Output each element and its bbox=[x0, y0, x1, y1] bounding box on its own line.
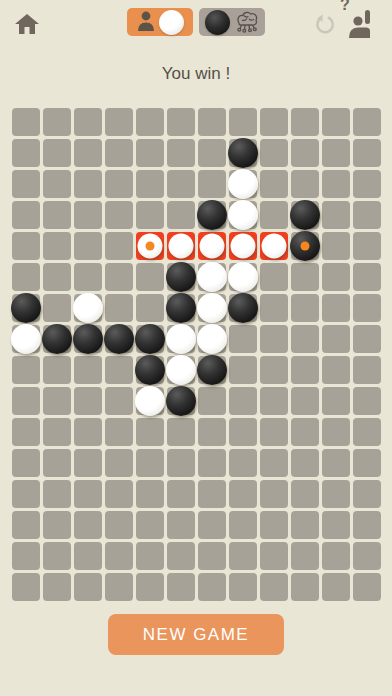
board-cell[interactable] bbox=[322, 232, 350, 260]
white-stone bbox=[228, 200, 258, 230]
board-cell[interactable] bbox=[167, 263, 195, 291]
board-cell-win[interactable] bbox=[167, 232, 195, 260]
board-cell[interactable] bbox=[353, 139, 381, 167]
board-cell[interactable] bbox=[105, 294, 133, 322]
white-stone-icon bbox=[159, 10, 184, 35]
board-cell[interactable] bbox=[136, 139, 164, 167]
board-cell[interactable] bbox=[322, 263, 350, 291]
black-stone bbox=[228, 138, 258, 168]
board-cell[interactable] bbox=[43, 356, 71, 384]
board-cell[interactable] bbox=[167, 170, 195, 198]
board-cell[interactable] bbox=[43, 201, 71, 229]
black-stone bbox=[197, 355, 227, 385]
black-stone bbox=[228, 293, 258, 323]
board-cell[interactable] bbox=[136, 356, 164, 384]
black-stone bbox=[290, 200, 320, 230]
board-cell[interactable] bbox=[167, 139, 195, 167]
white-stone bbox=[197, 262, 227, 292]
board-cell[interactable] bbox=[167, 325, 195, 353]
white-stone bbox=[199, 234, 224, 259]
board-cell[interactable] bbox=[74, 170, 102, 198]
board-cell[interactable] bbox=[291, 542, 319, 570]
black-stone bbox=[11, 293, 41, 323]
board-cell[interactable] bbox=[198, 542, 226, 570]
board-cell[interactable] bbox=[74, 263, 102, 291]
board-cell[interactable] bbox=[322, 418, 350, 446]
board-cell-win[interactable] bbox=[260, 232, 288, 260]
board-cell[interactable] bbox=[167, 542, 195, 570]
board-cell[interactable] bbox=[74, 542, 102, 570]
board-cell[interactable] bbox=[43, 480, 71, 508]
white-stone bbox=[11, 324, 41, 354]
board-cell[interactable] bbox=[353, 418, 381, 446]
board-cell[interactable] bbox=[74, 325, 102, 353]
board-cell[interactable] bbox=[260, 449, 288, 477]
board-cell[interactable] bbox=[43, 139, 71, 167]
board-cell[interactable] bbox=[12, 480, 40, 508]
board-cell[interactable] bbox=[291, 263, 319, 291]
board-cell[interactable] bbox=[12, 263, 40, 291]
board-cell[interactable] bbox=[105, 542, 133, 570]
board-cell[interactable] bbox=[167, 356, 195, 384]
board-cell[interactable] bbox=[353, 201, 381, 229]
white-stone bbox=[197, 324, 227, 354]
board-cell[interactable] bbox=[260, 387, 288, 415]
board-cell[interactable] bbox=[74, 573, 102, 601]
board-cell[interactable] bbox=[229, 387, 257, 415]
black-stone bbox=[166, 293, 196, 323]
board-cell[interactable] bbox=[229, 449, 257, 477]
board-cell[interactable] bbox=[12, 573, 40, 601]
board-cell[interactable] bbox=[105, 325, 133, 353]
board-cell[interactable] bbox=[167, 387, 195, 415]
ai-black-toggle[interactable] bbox=[199, 8, 265, 36]
white-stone bbox=[166, 355, 196, 385]
white-stone bbox=[228, 169, 258, 199]
board-cell[interactable] bbox=[291, 139, 319, 167]
last-move-marker bbox=[300, 242, 309, 251]
board-cell[interactable] bbox=[167, 418, 195, 446]
board-cell[interactable] bbox=[322, 542, 350, 570]
board-cell[interactable] bbox=[43, 573, 71, 601]
board-cell[interactable] bbox=[43, 170, 71, 198]
board-cell[interactable] bbox=[43, 263, 71, 291]
board-cell[interactable] bbox=[12, 232, 40, 260]
board-cell[interactable] bbox=[198, 263, 226, 291]
board-cell[interactable] bbox=[105, 108, 133, 136]
board-cell[interactable] bbox=[322, 449, 350, 477]
board-cell[interactable] bbox=[136, 325, 164, 353]
board-cell[interactable] bbox=[198, 201, 226, 229]
board-cell[interactable] bbox=[136, 201, 164, 229]
board-cell[interactable] bbox=[43, 511, 71, 539]
black-stone bbox=[135, 324, 165, 354]
board-cell[interactable] bbox=[260, 418, 288, 446]
white-stone bbox=[166, 324, 196, 354]
board-cell[interactable] bbox=[43, 449, 71, 477]
board-cell[interactable] bbox=[43, 387, 71, 415]
board-cell[interactable] bbox=[12, 139, 40, 167]
board-cell[interactable] bbox=[260, 573, 288, 601]
board-cell[interactable] bbox=[43, 542, 71, 570]
board-cell[interactable] bbox=[353, 573, 381, 601]
board-cell[interactable] bbox=[291, 418, 319, 446]
board-cell[interactable] bbox=[198, 325, 226, 353]
board-cell[interactable] bbox=[198, 418, 226, 446]
board-cell[interactable] bbox=[74, 387, 102, 415]
raised-hand-person-icon bbox=[340, 27, 374, 42]
board-cell[interactable] bbox=[229, 573, 257, 601]
board-cell[interactable] bbox=[167, 449, 195, 477]
board-cell[interactable] bbox=[353, 542, 381, 570]
black-stone bbox=[135, 355, 165, 385]
board-cell[interactable] bbox=[74, 511, 102, 539]
board-cell[interactable] bbox=[167, 511, 195, 539]
board-cell[interactable] bbox=[136, 573, 164, 601]
board-cell[interactable] bbox=[353, 480, 381, 508]
board-cell[interactable] bbox=[136, 542, 164, 570]
board-cell[interactable] bbox=[322, 294, 350, 322]
status-message: You win ! bbox=[0, 62, 392, 86]
board-cell[interactable] bbox=[105, 418, 133, 446]
board-cell[interactable] bbox=[353, 356, 381, 384]
board-cell[interactable] bbox=[229, 263, 257, 291]
board-cell[interactable] bbox=[260, 294, 288, 322]
board-cell[interactable] bbox=[105, 139, 133, 167]
board-cell[interactable] bbox=[260, 480, 288, 508]
board-cell[interactable] bbox=[353, 387, 381, 415]
footer: NEW GAME bbox=[0, 614, 392, 655]
white-stone bbox=[230, 234, 255, 259]
board-cell[interactable] bbox=[12, 356, 40, 384]
player-toggle-group bbox=[127, 8, 265, 36]
black-stone bbox=[166, 386, 196, 416]
board-cell[interactable] bbox=[198, 139, 226, 167]
board-cell[interactable] bbox=[353, 232, 381, 260]
board-cell[interactable] bbox=[74, 356, 102, 384]
board-cell[interactable] bbox=[74, 480, 102, 508]
board-cell-win[interactable] bbox=[136, 232, 164, 260]
board-cell[interactable] bbox=[12, 325, 40, 353]
board-cell[interactable] bbox=[229, 480, 257, 508]
board-cell[interactable] bbox=[105, 201, 133, 229]
board-cell[interactable] bbox=[74, 232, 102, 260]
home-icon bbox=[14, 24, 40, 39]
board-cell[interactable] bbox=[229, 201, 257, 229]
board-cell[interactable] bbox=[260, 139, 288, 167]
hint-button[interactable]: ? bbox=[340, 7, 374, 39]
board-cell[interactable] bbox=[353, 108, 381, 136]
board-cell[interactable] bbox=[291, 449, 319, 477]
board-cell[interactable] bbox=[260, 170, 288, 198]
board bbox=[12, 108, 381, 601]
board-cell[interactable] bbox=[167, 294, 195, 322]
board-cell[interactable] bbox=[167, 480, 195, 508]
board-cell[interactable] bbox=[353, 170, 381, 198]
board-cell[interactable] bbox=[105, 232, 133, 260]
board-cell[interactable] bbox=[229, 294, 257, 322]
board-cell[interactable] bbox=[291, 108, 319, 136]
brain-icon bbox=[234, 9, 260, 36]
board-cell[interactable] bbox=[43, 294, 71, 322]
board-cell[interactable] bbox=[43, 232, 71, 260]
board-cell[interactable] bbox=[105, 170, 133, 198]
board-cell[interactable] bbox=[291, 294, 319, 322]
board-cell[interactable] bbox=[12, 294, 40, 322]
board-cell[interactable] bbox=[291, 201, 319, 229]
board-cell[interactable] bbox=[105, 263, 133, 291]
board-cell[interactable] bbox=[322, 325, 350, 353]
white-stone bbox=[197, 293, 227, 323]
board-cell[interactable] bbox=[260, 108, 288, 136]
white-stone bbox=[168, 234, 193, 259]
board-cell[interactable] bbox=[260, 263, 288, 291]
board-cell[interactable] bbox=[74, 418, 102, 446]
board-cell[interactable] bbox=[105, 356, 133, 384]
board-cell[interactable] bbox=[12, 418, 40, 446]
white-stone bbox=[73, 293, 103, 323]
board-cell[interactable] bbox=[12, 542, 40, 570]
black-stone bbox=[73, 324, 103, 354]
board-cell[interactable] bbox=[353, 449, 381, 477]
board-cell[interactable] bbox=[291, 573, 319, 601]
board-cell[interactable] bbox=[105, 480, 133, 508]
board-cell[interactable] bbox=[229, 418, 257, 446]
board-cell[interactable] bbox=[322, 356, 350, 384]
black-stone-icon bbox=[205, 10, 230, 35]
board-cell[interactable] bbox=[198, 294, 226, 322]
board-cell-win[interactable] bbox=[198, 232, 226, 260]
board-cell[interactable] bbox=[74, 449, 102, 477]
board-cell[interactable] bbox=[136, 387, 164, 415]
board-cell[interactable] bbox=[12, 511, 40, 539]
board-cell[interactable] bbox=[229, 542, 257, 570]
board-cell[interactable] bbox=[322, 201, 350, 229]
board-cell[interactable] bbox=[136, 511, 164, 539]
board-cell[interactable] bbox=[74, 201, 102, 229]
board-cell[interactable] bbox=[322, 139, 350, 167]
board-cell[interactable] bbox=[167, 573, 195, 601]
board-cell[interactable] bbox=[12, 449, 40, 477]
board-cell[interactable] bbox=[322, 170, 350, 198]
board-cell[interactable] bbox=[229, 139, 257, 167]
board-cell[interactable] bbox=[353, 294, 381, 322]
board-cell[interactable] bbox=[229, 511, 257, 539]
new-game-button[interactable]: NEW GAME bbox=[108, 614, 284, 655]
board-cell[interactable] bbox=[43, 418, 71, 446]
board-cell[interactable] bbox=[12, 201, 40, 229]
toolbar: ? bbox=[0, 0, 392, 44]
board-cell[interactable] bbox=[198, 108, 226, 136]
board-cell[interactable] bbox=[291, 325, 319, 353]
board-cell[interactable] bbox=[12, 108, 40, 136]
board-cell[interactable] bbox=[353, 325, 381, 353]
board-cell[interactable] bbox=[229, 325, 257, 353]
board-cell[interactable] bbox=[322, 480, 350, 508]
board-cell[interactable] bbox=[353, 511, 381, 539]
board-cell[interactable] bbox=[260, 542, 288, 570]
black-stone bbox=[42, 324, 72, 354]
board-cell[interactable] bbox=[12, 170, 40, 198]
white-stone bbox=[135, 386, 165, 416]
board-cell[interactable] bbox=[136, 294, 164, 322]
board-cell[interactable] bbox=[74, 139, 102, 167]
board-cell[interactable] bbox=[291, 356, 319, 384]
board-cell[interactable] bbox=[136, 108, 164, 136]
last-move-marker bbox=[145, 242, 154, 251]
board-cell[interactable] bbox=[229, 356, 257, 384]
board-cell[interactable] bbox=[105, 387, 133, 415]
board-cell[interactable] bbox=[167, 108, 195, 136]
board-cell[interactable] bbox=[198, 511, 226, 539]
board-cell[interactable] bbox=[260, 325, 288, 353]
white-stone bbox=[261, 234, 286, 259]
board-cell[interactable] bbox=[291, 170, 319, 198]
board-cell[interactable] bbox=[291, 232, 319, 260]
board-cell[interactable] bbox=[198, 387, 226, 415]
board-cell[interactable] bbox=[136, 480, 164, 508]
board-cell[interactable] bbox=[353, 263, 381, 291]
board-cell[interactable] bbox=[198, 356, 226, 384]
board-cell[interactable] bbox=[198, 170, 226, 198]
board-cell[interactable] bbox=[229, 108, 257, 136]
board-cell[interactable] bbox=[198, 573, 226, 601]
undo-arrow-icon bbox=[313, 24, 336, 39]
board-cell[interactable] bbox=[322, 108, 350, 136]
board-cell[interactable] bbox=[322, 511, 350, 539]
board-cell[interactable] bbox=[291, 511, 319, 539]
board-cell[interactable] bbox=[322, 387, 350, 415]
board-cell[interactable] bbox=[198, 480, 226, 508]
human-white-toggle[interactable] bbox=[127, 8, 193, 36]
board-cell[interactable] bbox=[12, 387, 40, 415]
board-cell[interactable] bbox=[43, 108, 71, 136]
board-cell[interactable] bbox=[136, 170, 164, 198]
board-cell[interactable] bbox=[291, 387, 319, 415]
black-stone bbox=[104, 324, 134, 354]
white-stone bbox=[228, 262, 258, 292]
person-icon bbox=[137, 10, 155, 35]
board-cell[interactable] bbox=[136, 418, 164, 446]
board-cell[interactable] bbox=[105, 511, 133, 539]
board-cell[interactable] bbox=[74, 294, 102, 322]
board-cell[interactable] bbox=[167, 201, 195, 229]
board-cell[interactable] bbox=[105, 449, 133, 477]
board-cell[interactable] bbox=[136, 449, 164, 477]
board-cell[interactable] bbox=[260, 511, 288, 539]
black-stone bbox=[197, 200, 227, 230]
board-cell[interactable] bbox=[198, 449, 226, 477]
board-cell[interactable] bbox=[229, 170, 257, 198]
board-cell-win[interactable] bbox=[229, 232, 257, 260]
board-cell[interactable] bbox=[136, 263, 164, 291]
board-cell[interactable] bbox=[260, 201, 288, 229]
board-cell[interactable] bbox=[291, 480, 319, 508]
board-cell[interactable] bbox=[322, 573, 350, 601]
board-cell[interactable] bbox=[74, 108, 102, 136]
undo-button[interactable] bbox=[313, 13, 336, 36]
black-stone bbox=[166, 262, 196, 292]
home-button[interactable] bbox=[14, 12, 40, 36]
board-cell[interactable] bbox=[43, 325, 71, 353]
board-cell[interactable] bbox=[260, 356, 288, 384]
board-cell[interactable] bbox=[105, 573, 133, 601]
